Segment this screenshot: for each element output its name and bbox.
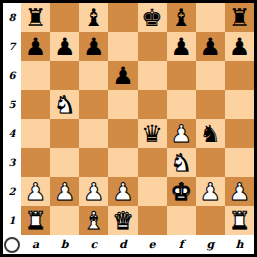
square-f1[interactable] xyxy=(167,206,196,235)
square-b1[interactable] xyxy=(50,206,79,235)
rank-label-1: 1 xyxy=(3,206,21,235)
piece-black-knight[interactable]: ♞ xyxy=(200,122,222,146)
square-e3[interactable] xyxy=(138,148,167,177)
piece-white-pawn[interactable]: ♟ xyxy=(83,180,105,204)
piece-white-rook[interactable]: ♜ xyxy=(25,209,47,233)
square-c2[interactable]: ♟ xyxy=(79,177,108,206)
piece-black-pawn[interactable]: ♟ xyxy=(229,35,251,59)
square-a7[interactable]: ♟ xyxy=(21,32,50,61)
piece-black-pawn[interactable]: ♟ xyxy=(54,35,76,59)
square-g5[interactable] xyxy=(196,90,225,119)
file-label-f: f xyxy=(167,235,196,254)
rank-label-3: 3 xyxy=(3,148,21,177)
square-d3[interactable] xyxy=(108,148,137,177)
file-label-d: d xyxy=(108,235,137,254)
square-c5[interactable] xyxy=(79,90,108,119)
square-g6[interactable] xyxy=(196,61,225,90)
piece-white-king[interactable]: ♚ xyxy=(170,180,192,204)
rank-labels: 87654321 xyxy=(3,3,21,235)
square-h1[interactable]: ♜ xyxy=(225,206,254,235)
square-a2[interactable]: ♟ xyxy=(21,177,50,206)
chess-board[interactable]: ♜♝♚♝♜♟♟♟♟♟♟♟♞♛♟♞♞♟♟♟♟♚♟♟♜♝♛♜ xyxy=(21,3,254,235)
rank-label-6: 6 xyxy=(3,61,21,90)
square-d2[interactable]: ♟ xyxy=(108,177,137,206)
file-label-a: a xyxy=(21,235,50,254)
piece-white-rook[interactable]: ♜ xyxy=(229,209,251,233)
square-c8[interactable]: ♝ xyxy=(79,3,108,32)
rank-label-7: 7 xyxy=(3,32,21,61)
piece-white-knight[interactable]: ♞ xyxy=(54,93,76,117)
file-label-b: b xyxy=(50,235,79,254)
square-e2[interactable] xyxy=(138,177,167,206)
square-c7[interactable]: ♟ xyxy=(79,32,108,61)
piece-black-bishop[interactable]: ♝ xyxy=(170,6,192,30)
rank-label-8: 8 xyxy=(3,3,21,32)
rank-label-5: 5 xyxy=(3,90,21,119)
rank-label-4: 4 xyxy=(3,119,21,148)
piece-black-pawn[interactable]: ♟ xyxy=(83,35,105,59)
square-b5[interactable]: ♞ xyxy=(50,90,79,119)
square-d6[interactable]: ♟ xyxy=(108,61,137,90)
square-a8[interactable]: ♜ xyxy=(21,3,50,32)
square-b7[interactable]: ♟ xyxy=(50,32,79,61)
square-b8[interactable] xyxy=(50,3,79,32)
file-labels: abcdefgh xyxy=(21,235,254,254)
file-label-h: h xyxy=(225,235,254,254)
square-b6[interactable] xyxy=(50,61,79,90)
square-h2[interactable]: ♟ xyxy=(225,177,254,206)
square-e4[interactable]: ♛ xyxy=(138,119,167,148)
piece-black-pawn[interactable]: ♟ xyxy=(25,35,47,59)
square-g4[interactable]: ♞ xyxy=(196,119,225,148)
white-to-move-indicator xyxy=(4,237,20,253)
piece-white-pawn[interactable]: ♟ xyxy=(112,180,134,204)
piece-white-bishop[interactable]: ♝ xyxy=(83,209,105,233)
square-c1[interactable]: ♝ xyxy=(79,206,108,235)
square-e7[interactable] xyxy=(138,32,167,61)
square-e6[interactable] xyxy=(138,61,167,90)
chess-diagram: 87654321 ♜♝♚♝♜♟♟♟♟♟♟♟♞♛♟♞♞♟♟♟♟♚♟♟♜♝♛♜ ab… xyxy=(0,0,257,257)
square-g1[interactable] xyxy=(196,206,225,235)
square-d4[interactable] xyxy=(108,119,137,148)
square-f8[interactable]: ♝ xyxy=(167,3,196,32)
piece-black-pawn[interactable]: ♟ xyxy=(170,35,192,59)
square-c6[interactable] xyxy=(79,61,108,90)
piece-white-pawn[interactable]: ♟ xyxy=(200,180,222,204)
square-d7[interactable] xyxy=(108,32,137,61)
square-b4[interactable] xyxy=(50,119,79,148)
square-a6[interactable] xyxy=(21,61,50,90)
square-g8[interactable] xyxy=(196,3,225,32)
square-e1[interactable] xyxy=(138,206,167,235)
square-e8[interactable]: ♚ xyxy=(138,3,167,32)
square-f4[interactable]: ♟ xyxy=(167,119,196,148)
piece-black-pawn[interactable]: ♟ xyxy=(200,35,222,59)
square-d1[interactable]: ♛ xyxy=(108,206,137,235)
piece-black-queen[interactable]: ♛ xyxy=(141,122,163,146)
square-d5[interactable] xyxy=(108,90,137,119)
square-b2[interactable]: ♟ xyxy=(50,177,79,206)
square-f7[interactable]: ♟ xyxy=(167,32,196,61)
square-g3[interactable] xyxy=(196,148,225,177)
square-h3[interactable] xyxy=(225,148,254,177)
square-b3[interactable] xyxy=(50,148,79,177)
square-h8[interactable]: ♜ xyxy=(225,3,254,32)
file-label-g: g xyxy=(196,235,225,254)
piece-white-queen[interactable]: ♛ xyxy=(112,209,134,233)
square-e5[interactable] xyxy=(138,90,167,119)
square-a1[interactable]: ♜ xyxy=(21,206,50,235)
square-h7[interactable]: ♟ xyxy=(225,32,254,61)
file-label-e: e xyxy=(138,235,167,254)
square-c3[interactable] xyxy=(79,148,108,177)
square-h4[interactable] xyxy=(225,119,254,148)
piece-white-pawn[interactable]: ♟ xyxy=(25,180,47,204)
piece-white-pawn[interactable]: ♟ xyxy=(229,180,251,204)
square-f5[interactable] xyxy=(167,90,196,119)
square-c4[interactable] xyxy=(79,119,108,148)
turn-indicator-cell xyxy=(3,235,21,254)
piece-black-bishop[interactable]: ♝ xyxy=(83,6,105,30)
piece-white-pawn[interactable]: ♟ xyxy=(54,180,76,204)
square-g2[interactable]: ♟ xyxy=(196,177,225,206)
square-a5[interactable] xyxy=(21,90,50,119)
rank-label-2: 2 xyxy=(3,177,21,206)
piece-black-pawn[interactable]: ♟ xyxy=(112,64,134,88)
square-f6[interactable] xyxy=(167,61,196,90)
square-h6[interactable] xyxy=(225,61,254,90)
square-h5[interactable] xyxy=(225,90,254,119)
piece-black-rook[interactable]: ♜ xyxy=(25,6,47,30)
piece-white-pawn[interactable]: ♟ xyxy=(170,122,192,146)
square-g7[interactable]: ♟ xyxy=(196,32,225,61)
square-f3[interactable]: ♞ xyxy=(167,148,196,177)
square-a4[interactable] xyxy=(21,119,50,148)
piece-black-rook[interactable]: ♜ xyxy=(229,6,251,30)
piece-black-king[interactable]: ♚ xyxy=(141,6,163,30)
file-label-c: c xyxy=(79,235,108,254)
square-f2[interactable]: ♚ xyxy=(167,177,196,206)
square-d8[interactable] xyxy=(108,3,137,32)
piece-white-knight[interactable]: ♞ xyxy=(170,151,192,175)
square-a3[interactable] xyxy=(21,148,50,177)
